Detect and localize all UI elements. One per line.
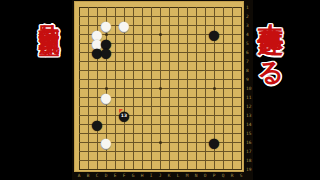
column-label: Q: [220, 173, 227, 178]
column-label: B: [85, 173, 92, 178]
row-label: 13: [246, 113, 253, 118]
row-label: 18: [246, 158, 253, 163]
column-label: S: [238, 173, 245, 178]
grid-line-vertical: [205, 7, 206, 170]
row-label: 14: [246, 122, 253, 127]
black-stone: ●: [101, 47, 112, 58]
row-label: 4: [246, 32, 253, 37]
grid-line-vertical: [232, 7, 233, 170]
row-label: 2: [246, 14, 253, 19]
move-number: 13: [119, 110, 130, 121]
grid-line-horizontal: [79, 151, 242, 152]
column-label: C: [94, 173, 101, 178]
row-label: 8: [246, 68, 253, 73]
row-label: 11: [246, 95, 253, 100]
column-label: L: [175, 173, 182, 178]
grid-line-vertical: [241, 7, 242, 170]
white-stone: ●: [101, 137, 112, 148]
column-label: R: [229, 173, 236, 178]
column-label: E: [112, 173, 119, 178]
grid-line-vertical: [178, 7, 179, 170]
column-label: O: [202, 173, 209, 178]
grid-line-vertical: [187, 7, 188, 170]
go-board: ●●●●●●●●●●13●●● ABCDEFGHIJKLMNOPQRS 1234…: [72, 0, 253, 180]
star-point: [213, 87, 216, 90]
column-label: A: [76, 173, 83, 178]
grid-line-vertical: [196, 7, 197, 170]
column-label: G: [130, 173, 137, 178]
black-stone: ●: [209, 29, 220, 40]
row-label: 7: [246, 59, 253, 64]
column-label: J: [157, 173, 164, 178]
black-stone: ●: [92, 119, 103, 130]
column-label: D: [103, 173, 110, 178]
row-label: 3: [246, 23, 253, 28]
row-label: 6: [246, 50, 253, 55]
row-label: 1: [246, 5, 253, 10]
column-label: F: [121, 173, 128, 178]
column-label: P: [211, 173, 218, 178]
grid-line-horizontal: [79, 115, 242, 116]
star-point: [159, 87, 162, 90]
row-label: 15: [246, 131, 253, 136]
column-label: N: [193, 173, 200, 178]
column-label: I: [148, 173, 155, 178]
row-label: 10: [246, 86, 253, 91]
row-label: 12: [246, 104, 253, 109]
column-label: H: [139, 173, 146, 178]
grid-line-horizontal: [79, 124, 242, 125]
board-surface: ●●●●●●●●●●13●●●: [74, 1, 244, 172]
grid-line-horizontal: [79, 106, 242, 107]
column-label: K: [166, 173, 173, 178]
left-caption: 仲邑菫女流棋聖: [39, 7, 60, 21]
grid-line-vertical: [169, 7, 170, 170]
star-point: [159, 33, 162, 36]
video-frame: 仲邑菫女流棋聖 ●●●●●●●●●●13●●● ABCDEFGHIJKLMNOP…: [0, 0, 320, 180]
white-stone: ●: [119, 20, 130, 31]
star-point: [159, 141, 162, 144]
grid-line-horizontal: [79, 169, 242, 170]
row-label: 9: [246, 77, 253, 82]
row-label: 19: [246, 167, 253, 172]
row-label: 16: [246, 140, 253, 145]
black-stone: ●13: [119, 110, 130, 121]
grid-line-vertical: [223, 7, 224, 170]
grid-line-horizontal: [79, 133, 242, 134]
grid-line-horizontal: [79, 160, 242, 161]
white-stone: ●: [101, 92, 112, 103]
row-label: 17: [246, 149, 253, 154]
black-stone: ●: [209, 137, 220, 148]
column-label: M: [184, 173, 191, 178]
row-label: 5: [246, 41, 253, 46]
right-caption: 大事件起きる: [258, 3, 284, 74]
